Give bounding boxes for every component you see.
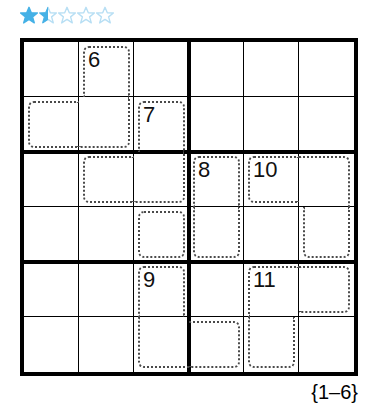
cell-r2c6[interactable] bbox=[299, 97, 354, 152]
cell-r6c6[interactable] bbox=[299, 317, 354, 372]
cell-r2c1[interactable] bbox=[24, 97, 79, 152]
cell-r1c5[interactable] bbox=[244, 42, 299, 97]
cell-r6c2[interactable] bbox=[79, 317, 134, 372]
cell-r6c3[interactable] bbox=[134, 317, 189, 372]
cell-r2c3[interactable] bbox=[134, 97, 189, 152]
cell-r6c4[interactable] bbox=[189, 317, 244, 372]
cell-r1c3[interactable] bbox=[134, 42, 189, 97]
cell-r2c2[interactable] bbox=[79, 97, 134, 152]
cell-r5c1[interactable] bbox=[24, 262, 79, 317]
box-divider-horizontal-2 bbox=[24, 260, 354, 264]
cell-r1c4[interactable] bbox=[189, 42, 244, 97]
cell-r2c4[interactable] bbox=[189, 97, 244, 152]
cell-r3c3[interactable] bbox=[134, 152, 189, 207]
cell-r4c6[interactable] bbox=[299, 207, 354, 262]
cell-r3c2[interactable] bbox=[79, 152, 134, 207]
cell-r3c4[interactable] bbox=[189, 152, 244, 207]
cell-r5c3[interactable] bbox=[134, 262, 189, 317]
puzzle-page: 67810911 {1–6} bbox=[0, 0, 377, 420]
cell-r5c4[interactable] bbox=[189, 262, 244, 317]
box-divider-vertical bbox=[187, 42, 191, 372]
cell-r1c6[interactable] bbox=[299, 42, 354, 97]
cell-r4c3[interactable] bbox=[134, 207, 189, 262]
cell-r3c6[interactable] bbox=[299, 152, 354, 207]
star-half-icon bbox=[39, 6, 57, 24]
star-filled-icon bbox=[20, 6, 38, 24]
cell-r5c2[interactable] bbox=[79, 262, 134, 317]
cell-r4c2[interactable] bbox=[79, 207, 134, 262]
cell-r5c6[interactable] bbox=[299, 262, 354, 317]
difficulty-stars bbox=[20, 6, 114, 26]
cell-r1c1[interactable] bbox=[24, 42, 79, 97]
cell-r4c1[interactable] bbox=[24, 207, 79, 262]
star-outline-icon bbox=[77, 6, 95, 24]
cell-r6c5[interactable] bbox=[244, 317, 299, 372]
star-outline-icon bbox=[58, 6, 76, 24]
digit-range-label: {1–6} bbox=[20, 381, 358, 404]
box-divider-horizontal-1 bbox=[24, 150, 354, 154]
sudoku-board: 67810911 bbox=[20, 38, 358, 376]
cell-r5c5[interactable] bbox=[244, 262, 299, 317]
star-outline-icon bbox=[96, 6, 114, 24]
cell-r4c4[interactable] bbox=[189, 207, 244, 262]
cell-r4c5[interactable] bbox=[244, 207, 299, 262]
cell-r1c2[interactable] bbox=[79, 42, 134, 97]
cell-r3c1[interactable] bbox=[24, 152, 79, 207]
cell-r6c1[interactable] bbox=[24, 317, 79, 372]
cell-r2c5[interactable] bbox=[244, 97, 299, 152]
cell-r3c5[interactable] bbox=[244, 152, 299, 207]
